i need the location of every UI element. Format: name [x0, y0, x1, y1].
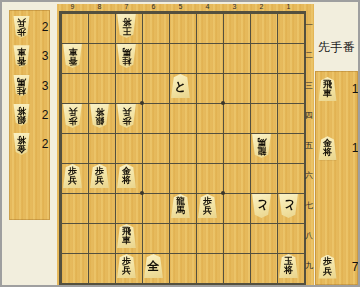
gote-hand-piece-香車[interactable]: 香車: [13, 45, 30, 67]
gote-hand-piece-歩兵[interactable]: 歩兵: [13, 16, 30, 38]
gote-hand-count-香車: 3: [38, 49, 52, 63]
sente-hand-count-金将: 1: [348, 141, 360, 155]
gote-hand-銀将: 銀将2: [10, 103, 49, 132]
gote-hand-count-銀将: 2: [38, 108, 52, 122]
file-label-6: 6: [140, 3, 167, 11]
piece-kanji: 歩兵: [318, 255, 337, 279]
gote-hand-piece-金将[interactable]: 金将: [13, 133, 30, 155]
piece-kanji: 桂馬: [13, 75, 30, 97]
piece-kanji: 香車: [13, 45, 30, 67]
gote-hand-piece-銀将[interactable]: 銀将: [13, 104, 30, 126]
gote-hand-count-金将: 2: [38, 137, 52, 151]
piece-kanji: 銀将: [13, 104, 30, 126]
rank-label-3: 三: [304, 71, 314, 101]
shogi-board[interactable]: 987654321 一二三四五六七八九 王将香車桂馬と歩兵銀将歩兵龍馬歩兵歩兵金…: [57, 4, 314, 285]
file-label-3: 3: [221, 3, 248, 11]
rank-label-1: 一: [304, 11, 314, 41]
file-label-4: 4: [194, 3, 221, 11]
piece-kanji: 金将: [13, 133, 30, 155]
rank-label-8: 八: [304, 221, 314, 251]
hoshi-dot: [140, 191, 144, 195]
sente-hand-金将: 金将1: [316, 136, 357, 165]
sente-hand-count-歩兵: 7: [348, 260, 360, 274]
gote-hand-桂馬: 桂馬3: [10, 74, 49, 103]
hoshi-dot: [221, 101, 225, 105]
piece-kanji: 歩兵: [13, 16, 30, 38]
file-label-8: 8: [86, 3, 113, 11]
gote-captured-stand: 歩兵2香車3桂馬3銀将2金将2: [9, 10, 50, 220]
rank-label-9: 九: [304, 251, 314, 281]
file-label-7: 7: [113, 3, 140, 11]
sente-hand-piece-飛車[interactable]: 飛車: [318, 77, 337, 101]
rank-label-4: 四: [304, 101, 314, 131]
sente-captured-stand: 飛車1金将1歩兵7: [315, 71, 358, 285]
sente-hand-piece-歩兵[interactable]: 歩兵: [318, 255, 337, 279]
piece-kanji: 金将: [318, 136, 337, 160]
gote-hand-count-桂馬: 3: [38, 79, 52, 93]
file-label-1: 1: [275, 3, 302, 11]
hoshi-dot: [140, 101, 144, 105]
sente-hand-count-飛車: 1: [348, 82, 360, 96]
rank-label-2: 二: [304, 41, 314, 71]
sente-hand-飛車: 飛車1: [316, 77, 357, 106]
gote-hand-香車: 香車3: [10, 44, 49, 73]
gote-hand-count-歩兵: 2: [38, 20, 52, 34]
file-label-2: 2: [248, 3, 275, 11]
gote-hand-歩兵: 歩兵2: [10, 15, 49, 44]
shogi-app-window: 歩兵2香車3桂馬3銀将2金将2 987654321 一二三四五六七八九 王将香車…: [0, 0, 360, 287]
file-label-5: 5: [167, 3, 194, 11]
gote-hand-金将: 金将2: [10, 132, 49, 161]
turn-indicator: 先手番: [318, 39, 360, 56]
gote-hand-piece-桂馬[interactable]: 桂馬: [13, 75, 30, 97]
piece-kanji: 飛車: [318, 77, 337, 101]
rank-label-5: 五: [304, 131, 314, 161]
sente-hand-piece-金将[interactable]: 金将: [318, 136, 337, 160]
file-label-9: 9: [59, 3, 86, 11]
rank-label-7: 七: [304, 191, 314, 221]
rank-label-6: 六: [304, 161, 314, 191]
sente-hand-歩兵: 歩兵7: [316, 255, 357, 284]
hoshi-dot: [221, 191, 225, 195]
